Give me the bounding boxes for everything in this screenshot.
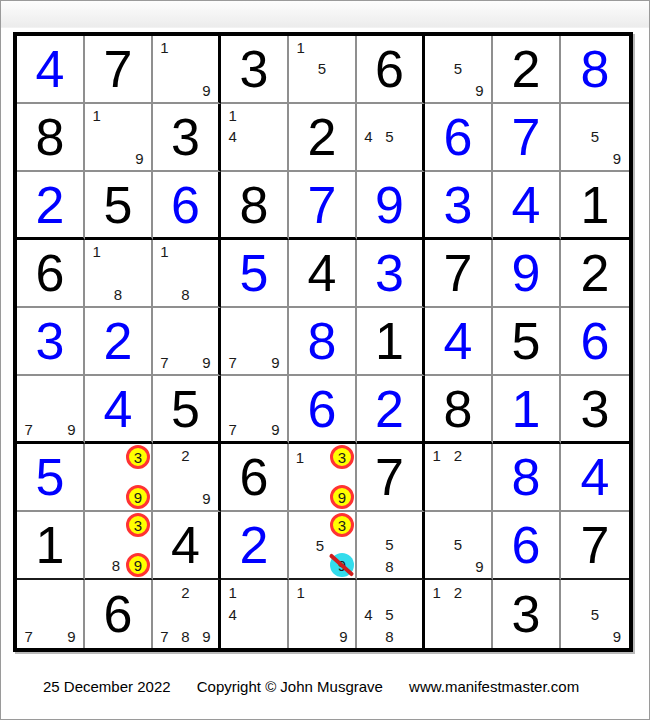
candidate-8: 8 xyxy=(385,559,393,574)
candidate-9: 9 xyxy=(135,151,143,166)
cell-r5c4[interactable]: 79 xyxy=(221,308,289,376)
candidate-1: 1 xyxy=(228,108,236,123)
cell-value: 8 xyxy=(561,36,629,102)
cell-r4c6[interactable]: 3 xyxy=(357,240,425,308)
pencilmarks: 19 xyxy=(290,581,354,647)
candidate-9: 9 xyxy=(202,629,210,644)
candidate-4: 4 xyxy=(364,129,372,144)
cell-r7c8[interactable]: 8 xyxy=(493,444,561,512)
cell-r4c7[interactable]: 7 xyxy=(425,240,493,308)
cell-r4c1[interactable]: 6 xyxy=(17,240,85,308)
cell-r2c7[interactable]: 6 xyxy=(425,104,493,172)
cell-r8c2[interactable]: 389 xyxy=(85,512,153,580)
candidate-2: 2 xyxy=(181,448,189,463)
pencilmarks: 79 xyxy=(154,309,217,373)
candidate-3-highlighted: 3 xyxy=(126,445,150,469)
title-bar xyxy=(1,1,649,28)
cell-r7c4[interactable]: 6 xyxy=(221,444,289,512)
pencilmarks: 79 xyxy=(222,309,286,373)
cell-r5c7[interactable]: 4 xyxy=(425,308,493,376)
footer-copyright: Copyright © John Musgrave xyxy=(197,678,383,695)
pencilmarks: 45 xyxy=(358,105,421,169)
cell-r4c8[interactable]: 9 xyxy=(493,240,561,308)
candidate-7: 7 xyxy=(160,355,168,370)
cell-r6c9[interactable]: 3 xyxy=(561,376,629,444)
cell-r8c4[interactable]: 2 xyxy=(221,512,289,580)
cell-value: 5 xyxy=(85,172,151,237)
cell-r7c6[interactable]: 7 xyxy=(357,444,425,512)
candidate-8: 8 xyxy=(385,629,393,644)
footer: 25 December 2022 Copyright © John Musgra… xyxy=(43,678,649,695)
cell-r4c5[interactable]: 4 xyxy=(289,240,357,308)
cell-value: 6 xyxy=(561,308,629,374)
pencilmarks: 79 xyxy=(18,377,82,440)
cell-r6c2[interactable]: 4 xyxy=(85,376,153,444)
candidate-1: 1 xyxy=(296,585,304,600)
cell-value: 8 xyxy=(493,444,559,510)
cell-r2c4[interactable]: 14 xyxy=(221,104,289,172)
cell-value: 8 xyxy=(17,104,83,170)
pencilmarks: 139 xyxy=(290,445,354,509)
cell-r5c1[interactable]: 3 xyxy=(17,308,85,376)
cell-r4c3[interactable]: 18 xyxy=(153,240,221,308)
cell-r1c7[interactable]: 59 xyxy=(425,36,493,104)
cell-value: 8 xyxy=(221,172,287,237)
candidate-4: 4 xyxy=(364,607,372,622)
pencilmarks: 58 xyxy=(358,513,421,577)
cell-value: 3 xyxy=(153,104,218,170)
cell-value: 4 xyxy=(425,308,491,374)
cell-r9c7[interactable]: 12 xyxy=(425,580,493,648)
cell-value: 7 xyxy=(289,172,355,237)
candidate-3-highlighted: 3 xyxy=(126,513,150,537)
pencilmarks: 458 xyxy=(358,581,421,647)
cell-value: 2 xyxy=(289,104,355,170)
cell-value: 2 xyxy=(17,172,83,237)
cell-r9c1[interactable]: 79 xyxy=(17,580,85,648)
cell-value: 2 xyxy=(85,308,151,374)
candidate-7: 7 xyxy=(24,422,32,437)
sudoku-board: 4719315659288193142456759256879341618185… xyxy=(13,32,633,652)
cell-r8c6[interactable]: 58 xyxy=(357,512,425,580)
candidate-7: 7 xyxy=(24,629,32,644)
candidate-9: 9 xyxy=(202,491,210,506)
cell-value: 2 xyxy=(561,240,629,306)
cell-value: 4 xyxy=(493,172,559,237)
cell-r4c9[interactable]: 2 xyxy=(561,240,629,308)
cell-r9c6[interactable]: 458 xyxy=(357,580,425,648)
cell-value: 6 xyxy=(17,240,83,306)
cell-r6c5[interactable]: 6 xyxy=(289,376,357,444)
candidate-4: 4 xyxy=(228,607,236,622)
candidate-5: 5 xyxy=(454,61,462,76)
candidate-9-highlighted: 9 xyxy=(126,485,150,509)
candidate-9: 9 xyxy=(271,422,279,437)
pencilmarks: 19 xyxy=(154,37,217,101)
cell-r7c9[interactable]: 4 xyxy=(561,444,629,512)
cell-r2c5[interactable]: 2 xyxy=(289,104,357,172)
cell-r9c2[interactable]: 6 xyxy=(85,580,153,648)
cell-value: 4 xyxy=(153,512,218,578)
pencilmarks: 19 xyxy=(86,105,150,169)
pencilmarks: 59 xyxy=(562,105,628,169)
cell-value: 6 xyxy=(425,104,491,170)
pencilmarks: 29 xyxy=(154,445,217,509)
cell-value: 5 xyxy=(17,444,83,510)
cell-r9c8[interactable]: 3 xyxy=(493,580,561,648)
cell-r3c8[interactable]: 4 xyxy=(493,172,561,240)
cell-value: 5 xyxy=(153,376,218,441)
cell-r5c3[interactable]: 79 xyxy=(153,308,221,376)
candidate-1: 1 xyxy=(160,244,168,259)
cell-r9c3[interactable]: 2789 xyxy=(153,580,221,648)
candidate-3-highlighted: 3 xyxy=(330,513,354,537)
candidate-7: 7 xyxy=(228,422,236,437)
cell-value: 6 xyxy=(493,512,559,578)
candidate-1: 1 xyxy=(296,40,304,55)
cell-r2c2[interactable]: 19 xyxy=(85,104,153,172)
pencilmarks: 12 xyxy=(426,445,490,509)
cell-r8c1[interactable]: 1 xyxy=(17,512,85,580)
cell-r6c3[interactable]: 5 xyxy=(153,376,221,444)
cell-r1c9[interactable]: 8 xyxy=(561,36,629,104)
pencilmarks: 59 xyxy=(562,581,628,647)
cell-r9c4[interactable]: 14 xyxy=(221,580,289,648)
cell-value: 1 xyxy=(17,512,83,578)
candidate-5: 5 xyxy=(318,61,326,76)
candidate-9: 9 xyxy=(475,83,483,98)
candidate-1: 1 xyxy=(432,448,440,463)
cell-r7c1[interactable]: 5 xyxy=(17,444,85,512)
candidate-5: 5 xyxy=(454,537,462,552)
candidate-3-highlighted: 3 xyxy=(330,445,354,469)
candidate-2: 2 xyxy=(454,448,462,463)
cell-value: 6 xyxy=(153,172,218,237)
cell-value: 3 xyxy=(493,580,559,648)
cell-r6c7[interactable]: 8 xyxy=(425,376,493,444)
footer-date: 25 December 2022 xyxy=(43,678,171,695)
pencilmarks: 14 xyxy=(222,105,286,169)
cell-value: 3 xyxy=(17,308,83,374)
pencilmarks: 14 xyxy=(222,581,286,647)
candidate-9-highlighted: 9 xyxy=(126,553,150,577)
candidate-8: 8 xyxy=(181,287,189,302)
cell-value: 7 xyxy=(425,240,491,306)
cell-value: 6 xyxy=(357,36,422,102)
cell-r1c3[interactable]: 19 xyxy=(153,36,221,104)
footer-url: www.manifestmaster.com xyxy=(409,678,579,695)
candidate-4: 4 xyxy=(228,129,236,144)
cell-r1c4[interactable]: 3 xyxy=(221,36,289,104)
pencilmarks: 12 xyxy=(426,581,490,647)
cell-r2c1[interactable]: 8 xyxy=(17,104,85,172)
cell-r6c8[interactable]: 1 xyxy=(493,376,561,444)
cell-r3c9[interactable]: 1 xyxy=(561,172,629,240)
candidate-9-eliminated: 9 xyxy=(330,553,354,577)
candidate-5: 5 xyxy=(591,607,599,622)
cell-value: 9 xyxy=(357,172,422,237)
candidate-1: 1 xyxy=(432,585,440,600)
pencilmarks: 79 xyxy=(222,377,286,440)
cell-value: 3 xyxy=(425,172,491,237)
cell-value: 5 xyxy=(221,240,287,306)
cell-value: 3 xyxy=(357,240,422,306)
cell-r8c8[interactable]: 6 xyxy=(493,512,561,580)
candidate-1: 1 xyxy=(296,450,304,465)
pencilmarks: 389 xyxy=(86,513,150,577)
cell-value: 3 xyxy=(561,376,629,441)
cell-value: 7 xyxy=(493,104,559,170)
cell-r1c5[interactable]: 15 xyxy=(289,36,357,104)
cell-value: 9 xyxy=(493,240,559,306)
cell-r6c6[interactable]: 2 xyxy=(357,376,425,444)
cell-value: 4 xyxy=(289,240,355,306)
cell-value: 7 xyxy=(561,512,629,578)
pencilmarks: 18 xyxy=(154,241,217,305)
cell-r7c7[interactable]: 12 xyxy=(425,444,493,512)
pencilmarks: 59 xyxy=(426,37,490,101)
cell-r8c3[interactable]: 4 xyxy=(153,512,221,580)
cell-value: 4 xyxy=(561,444,629,510)
cell-r5c5[interactable]: 8 xyxy=(289,308,357,376)
pencilmarks: 39 xyxy=(86,445,150,509)
cell-r5c6[interactable]: 1 xyxy=(357,308,425,376)
candidate-2: 2 xyxy=(454,585,462,600)
cell-r3c7[interactable]: 3 xyxy=(425,172,493,240)
cell-r5c2[interactable]: 2 xyxy=(85,308,153,376)
cell-r8c7[interactable]: 59 xyxy=(425,512,493,580)
cell-r5c9[interactable]: 6 xyxy=(561,308,629,376)
candidate-8: 8 xyxy=(112,558,120,573)
candidate-1: 1 xyxy=(160,40,168,55)
cell-r1c2[interactable]: 7 xyxy=(85,36,153,104)
candidate-5: 5 xyxy=(385,537,393,552)
candidate-5: 5 xyxy=(316,538,324,553)
sudoku-app-window: 4719315659288193142456759256879341618185… xyxy=(0,0,650,720)
cell-r2c9[interactable]: 59 xyxy=(561,104,629,172)
cell-r2c6[interactable]: 45 xyxy=(357,104,425,172)
pencilmarks: 2789 xyxy=(154,581,217,647)
cell-value: 4 xyxy=(17,36,83,102)
candidate-8: 8 xyxy=(114,287,122,302)
candidate-2: 2 xyxy=(181,585,189,600)
cell-value: 2 xyxy=(357,376,422,441)
candidate-9: 9 xyxy=(202,83,210,98)
candidate-7: 7 xyxy=(228,355,236,370)
cell-r9c9[interactable]: 59 xyxy=(561,580,629,648)
cell-value: 7 xyxy=(357,444,422,510)
candidate-5: 5 xyxy=(591,129,599,144)
cell-r7c5[interactable]: 139 xyxy=(289,444,357,512)
cell-r1c6[interactable]: 6 xyxy=(357,36,425,104)
cell-r1c1[interactable]: 4 xyxy=(17,36,85,104)
cell-value: 3 xyxy=(221,36,287,102)
candidate-9: 9 xyxy=(67,629,75,644)
cell-r7c2[interactable]: 39 xyxy=(85,444,153,512)
cell-value: 8 xyxy=(425,376,491,441)
cell-r3c3[interactable]: 6 xyxy=(153,172,221,240)
cell-value: 1 xyxy=(357,308,422,374)
candidate-1: 1 xyxy=(92,108,100,123)
cell-r3c2[interactable]: 5 xyxy=(85,172,153,240)
cell-r4c4[interactable]: 5 xyxy=(221,240,289,308)
cell-value: 1 xyxy=(493,376,559,441)
cell-value: 8 xyxy=(289,308,355,374)
candidate-5: 5 xyxy=(385,129,393,144)
cell-r3c6[interactable]: 9 xyxy=(357,172,425,240)
candidate-9: 9 xyxy=(339,629,347,644)
candidate-5: 5 xyxy=(385,607,393,622)
pencilmarks: 18 xyxy=(86,241,150,305)
cell-value: 1 xyxy=(561,172,629,237)
candidate-9: 9 xyxy=(202,355,210,370)
cell-r6c1[interactable]: 79 xyxy=(17,376,85,444)
cell-r7c3[interactable]: 29 xyxy=(153,444,221,512)
cell-r6c4[interactable]: 79 xyxy=(221,376,289,444)
cell-r8c5[interactable]: 359 xyxy=(289,512,357,580)
cell-r3c1[interactable]: 2 xyxy=(17,172,85,240)
pencilmarks: 79 xyxy=(18,581,82,647)
cell-r2c8[interactable]: 7 xyxy=(493,104,561,172)
candidate-9-highlighted: 9 xyxy=(330,485,354,509)
pencilmarks: 15 xyxy=(290,37,354,101)
candidate-9: 9 xyxy=(67,422,75,437)
cell-r4c2[interactable]: 18 xyxy=(85,240,153,308)
cell-value: 6 xyxy=(85,580,151,648)
cell-r9c5[interactable]: 19 xyxy=(289,580,357,648)
pencilmarks: 59 xyxy=(426,513,490,577)
cell-r3c5[interactable]: 7 xyxy=(289,172,357,240)
cell-value: 6 xyxy=(289,376,355,441)
candidate-1: 1 xyxy=(228,585,236,600)
candidate-7: 7 xyxy=(160,629,168,644)
cell-r2c3[interactable]: 3 xyxy=(153,104,221,172)
candidate-9: 9 xyxy=(271,355,279,370)
cell-r8c9[interactable]: 7 xyxy=(561,512,629,580)
pencilmarks: 359 xyxy=(290,513,354,577)
candidate-1: 1 xyxy=(92,244,100,259)
candidate-9: 9 xyxy=(613,151,621,166)
cell-value: 6 xyxy=(221,444,287,510)
candidate-9: 9 xyxy=(613,629,621,644)
candidate-9: 9 xyxy=(475,559,483,574)
cell-value: 2 xyxy=(493,36,559,102)
cell-value: 5 xyxy=(493,308,559,374)
cell-value: 7 xyxy=(85,36,151,102)
cell-r1c8[interactable]: 2 xyxy=(493,36,561,104)
cell-r3c4[interactable]: 8 xyxy=(221,172,289,240)
cell-value: 4 xyxy=(85,376,151,441)
candidate-8: 8 xyxy=(181,629,189,644)
cell-value: 2 xyxy=(221,512,287,578)
cell-r5c8[interactable]: 5 xyxy=(493,308,561,376)
